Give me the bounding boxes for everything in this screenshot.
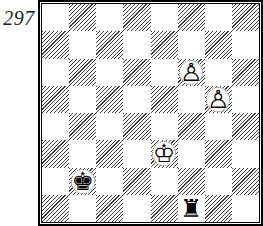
square-c8[interactable] — [96, 4, 123, 31]
square-f8[interactable] — [178, 4, 205, 31]
square-d3[interactable] — [123, 140, 150, 167]
chess-board: ♙♙♔♚♜ — [41, 3, 260, 223]
square-h4[interactable] — [232, 113, 259, 140]
square-c2[interactable] — [96, 168, 123, 195]
square-a4[interactable] — [42, 113, 69, 140]
square-d5[interactable] — [123, 86, 150, 113]
square-e6[interactable] — [151, 59, 178, 86]
black-rook[interactable]: ♜ — [179, 196, 203, 221]
square-f7[interactable] — [178, 31, 205, 58]
square-c5[interactable] — [96, 86, 123, 113]
square-e4[interactable] — [151, 113, 178, 140]
square-f3[interactable] — [178, 140, 205, 167]
square-a6[interactable] — [42, 59, 69, 86]
square-g5[interactable]: ♙ — [205, 86, 232, 113]
square-a7[interactable] — [42, 31, 69, 58]
square-e3[interactable]: ♔ — [151, 140, 178, 167]
square-f6[interactable]: ♙ — [178, 59, 205, 86]
square-e8[interactable] — [151, 4, 178, 31]
square-f1[interactable]: ♜ — [178, 195, 205, 222]
square-f5[interactable] — [178, 86, 205, 113]
square-d8[interactable] — [123, 4, 150, 31]
square-h2[interactable] — [232, 168, 259, 195]
square-h8[interactable] — [232, 4, 259, 31]
square-e5[interactable] — [151, 86, 178, 113]
square-b3[interactable] — [69, 140, 96, 167]
white-pawn[interactable]: ♙ — [206, 87, 230, 112]
square-b5[interactable] — [69, 86, 96, 113]
square-d2[interactable] — [123, 168, 150, 195]
square-b2[interactable]: ♚ — [69, 168, 96, 195]
square-g1[interactable] — [205, 195, 232, 222]
square-a3[interactable] — [42, 140, 69, 167]
square-c6[interactable] — [96, 59, 123, 86]
square-c4[interactable] — [96, 113, 123, 140]
square-g7[interactable] — [205, 31, 232, 58]
square-e1[interactable] — [151, 195, 178, 222]
square-h7[interactable] — [232, 31, 259, 58]
square-c3[interactable] — [96, 140, 123, 167]
white-king[interactable]: ♔ — [152, 141, 176, 166]
square-f4[interactable] — [178, 113, 205, 140]
square-c1[interactable] — [96, 195, 123, 222]
square-b8[interactable] — [69, 4, 96, 31]
square-h6[interactable] — [232, 59, 259, 86]
square-e7[interactable] — [151, 31, 178, 58]
square-d6[interactable] — [123, 59, 150, 86]
square-e2[interactable] — [151, 168, 178, 195]
chess-board-frame: ♙♙♔♚♜ — [38, 0, 263, 226]
square-g4[interactable] — [205, 113, 232, 140]
square-c7[interactable] — [96, 31, 123, 58]
square-f2[interactable] — [178, 168, 205, 195]
square-g3[interactable] — [205, 140, 232, 167]
white-pawn[interactable]: ♙ — [179, 60, 203, 85]
square-b7[interactable] — [69, 31, 96, 58]
square-a5[interactable] — [42, 86, 69, 113]
square-d4[interactable] — [123, 113, 150, 140]
diagram-number: 297 — [1, 7, 37, 30]
square-g2[interactable] — [205, 168, 232, 195]
square-h1[interactable] — [232, 195, 259, 222]
square-a1[interactable] — [42, 195, 69, 222]
square-h5[interactable] — [232, 86, 259, 113]
black-king[interactable]: ♚ — [71, 169, 95, 194]
square-a2[interactable] — [42, 168, 69, 195]
square-b6[interactable] — [69, 59, 96, 86]
square-b1[interactable] — [69, 195, 96, 222]
square-h3[interactable] — [232, 140, 259, 167]
square-b4[interactable] — [69, 113, 96, 140]
square-d7[interactable] — [123, 31, 150, 58]
square-d1[interactable] — [123, 195, 150, 222]
square-g6[interactable] — [205, 59, 232, 86]
square-a8[interactable] — [42, 4, 69, 31]
square-g8[interactable] — [205, 4, 232, 31]
